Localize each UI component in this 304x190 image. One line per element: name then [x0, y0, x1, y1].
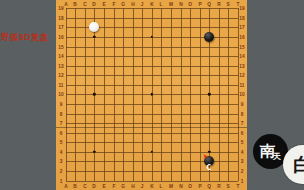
coord-label-row: 17 — [240, 25, 245, 30]
coord-label-row: 16 — [240, 35, 245, 40]
coord-label-column: Q — [207, 1, 211, 6]
coord-label-row: 7 — [241, 121, 244, 126]
coord-label-row: 2 — [59, 169, 62, 174]
coord-label-column: D — [93, 184, 96, 189]
coord-label-row: 13 — [240, 63, 245, 68]
logo-black-sub-text: 天 — [273, 149, 281, 164]
coord-label-row: 8 — [241, 111, 244, 116]
grid-horizontal-line — [66, 104, 238, 105]
coord-label-column: G — [121, 184, 125, 189]
coord-label-column: F — [112, 1, 115, 6]
coord-label-row: 4 — [241, 149, 244, 154]
coord-label-column: A — [64, 184, 67, 189]
coord-label-column: J — [141, 1, 144, 6]
coord-label-column: E — [102, 1, 105, 6]
coord-label-row: 18 — [240, 15, 245, 20]
grid-horizontal-line — [66, 142, 238, 143]
coord-label-row: 15 — [58, 44, 63, 49]
grid-vertical-line — [181, 8, 182, 180]
coord-label-column: L — [160, 184, 163, 189]
coord-label-row: 2 — [241, 169, 244, 174]
grid-horizontal-line — [66, 133, 238, 134]
coord-label-row: 5 — [59, 140, 62, 145]
caption-overlay: 野狐8D复盘 — [1, 32, 49, 42]
coord-label-column: N — [179, 184, 182, 189]
grid-horizontal-line — [66, 181, 238, 182]
coord-label-column: D — [93, 1, 96, 6]
coord-label-row: 12 — [58, 73, 63, 78]
coord-label-row: 11 — [58, 82, 63, 87]
coord-label-column: Q — [207, 184, 211, 189]
coord-label-row: 11 — [240, 82, 245, 87]
coord-label-column: R — [217, 184, 220, 189]
coord-label-column: O — [188, 1, 192, 6]
coord-label-column: G — [121, 1, 125, 6]
coord-label-row: 5 — [241, 140, 244, 145]
stone-q3-black[interactable] — [204, 156, 214, 166]
coord-label-column: F — [112, 184, 115, 189]
stone-q16-black[interactable] — [204, 32, 214, 42]
coord-label-row: 19 — [58, 6, 63, 11]
coord-label-column: P — [198, 184, 201, 189]
grid-horizontal-line — [66, 114, 238, 115]
grid-vertical-line — [161, 8, 162, 180]
coord-label-row: 13 — [58, 63, 63, 68]
coord-label-row: 17 — [58, 25, 63, 30]
coord-label-column: K — [150, 1, 153, 6]
stone-d17-white[interactable] — [89, 22, 99, 32]
coord-label-column: M — [169, 184, 173, 189]
coord-label-row: 15 — [240, 44, 245, 49]
coord-label-column: S — [227, 184, 230, 189]
coord-label-row: 1 — [241, 178, 244, 183]
coord-label-row: 10 — [240, 92, 245, 97]
grid-vertical-line — [219, 8, 220, 180]
coord-label-column: O — [188, 184, 192, 189]
coord-label-row: 1 — [59, 178, 62, 183]
coord-label-row: 3 — [241, 159, 244, 164]
coord-label-column: P — [198, 1, 201, 6]
cursor-icon — [205, 157, 213, 165]
coord-label-row: 6 — [241, 130, 244, 135]
coord-label-row: 9 — [59, 102, 62, 107]
coord-label-column: T — [237, 184, 240, 189]
coord-label-column: M — [169, 1, 173, 6]
coord-label-column: K — [150, 184, 153, 189]
coord-label-row: 4 — [59, 149, 62, 154]
grid-vertical-line — [228, 8, 229, 180]
coord-label-row: 18 — [58, 15, 63, 20]
scanline-artifact — [56, 127, 247, 129]
coord-label-row: 16 — [58, 35, 63, 40]
coord-label-column: R — [217, 1, 220, 6]
coord-label-row: 8 — [59, 111, 62, 116]
coord-label-row: 19 — [240, 6, 245, 11]
coord-label-row: 7 — [59, 121, 62, 126]
coord-label-column: H — [131, 1, 134, 6]
coord-label-row: 10 — [58, 92, 63, 97]
coord-label-row: 14 — [240, 54, 245, 59]
coord-label-column: C — [83, 184, 86, 189]
go-board[interactable]: AABBCCDDEEFFGGHHJJKKLLMMNNOOPPQQRRSSTT19… — [56, 0, 247, 190]
coord-label-column: A — [64, 1, 67, 6]
grid-horizontal-line — [66, 123, 238, 124]
coord-label-column: B — [73, 184, 76, 189]
coord-label-column: J — [141, 184, 144, 189]
coord-label-column: N — [179, 1, 182, 6]
coord-label-row: 3 — [59, 159, 62, 164]
grid-vertical-line — [190, 8, 191, 180]
screenshot-root: 野狐8D复盘 AABBCCDDEEFFGGHHJJKKLLMMNNOOPPQQR… — [0, 0, 304, 190]
logo-white-text: 白 — [293, 152, 304, 178]
grid-vertical-line — [171, 8, 172, 180]
coord-label-row: 14 — [58, 54, 63, 59]
coord-label-column: C — [83, 1, 86, 6]
coord-label-row: 12 — [240, 73, 245, 78]
coord-label-row: 9 — [241, 102, 244, 107]
coord-label-column: L — [160, 1, 163, 6]
grid-vertical-line — [200, 8, 201, 180]
coord-label-row: 6 — [59, 130, 62, 135]
coord-label-column: S — [227, 1, 230, 6]
coord-label-column: H — [131, 184, 134, 189]
coord-label-column: E — [102, 184, 105, 189]
coord-label-column: B — [73, 1, 76, 6]
